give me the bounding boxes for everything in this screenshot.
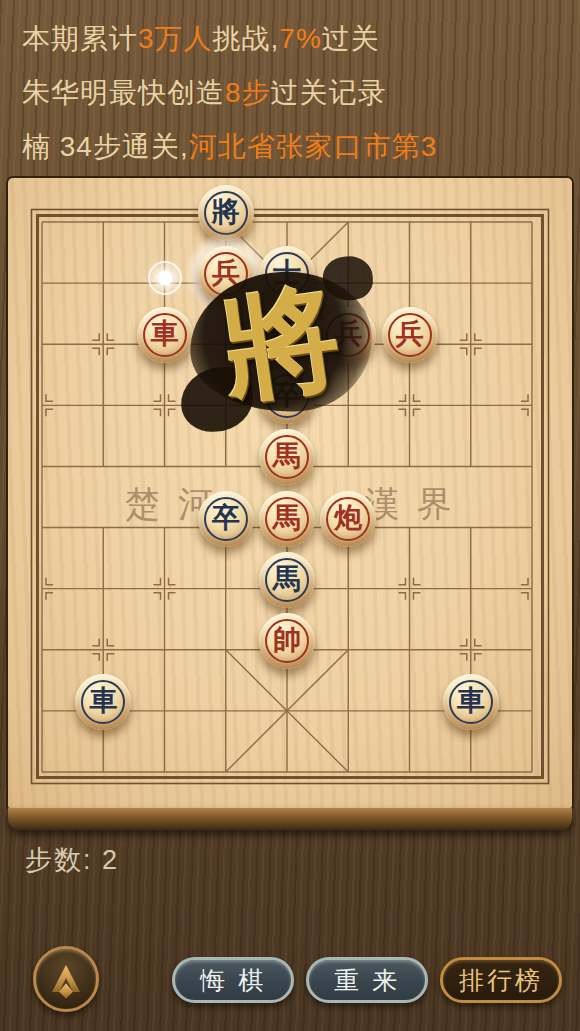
piece-character: 車 bbox=[151, 320, 179, 348]
piece-disc: 車 bbox=[137, 307, 193, 363]
check-stamp-character: 將 bbox=[181, 260, 381, 424]
piece-disc: 卒 bbox=[198, 491, 254, 547]
restart-button[interactable]: 重 来 bbox=[306, 957, 428, 1003]
piece-character: 車 bbox=[89, 687, 117, 715]
move-counter-value: 2 bbox=[102, 845, 119, 875]
move-counter-label: 步数: bbox=[25, 845, 93, 875]
piece-character: 將 bbox=[212, 198, 240, 226]
piece-帥-file4-rank7[interactable]: 帥 bbox=[259, 613, 315, 669]
move-counter: 步数: 2 bbox=[25, 842, 119, 878]
collapse-panel-button[interactable] bbox=[33, 946, 99, 1012]
piece-卒-file3-rank5[interactable]: 卒 bbox=[198, 491, 254, 547]
piece-車-file7-rank8[interactable]: 車 bbox=[443, 674, 499, 730]
piece-character: 馬 bbox=[273, 504, 301, 532]
stats-text: 楠 34步通关, bbox=[22, 131, 189, 162]
stats-text: 挑战, bbox=[213, 23, 280, 54]
piece-character: 兵 bbox=[396, 320, 424, 348]
undo-move-button[interactable]: 悔 棋 bbox=[172, 957, 294, 1003]
piece-character: 車 bbox=[457, 687, 485, 715]
piece-disc: 馬 bbox=[259, 552, 315, 608]
stats-line-1: 本期累计3万人挑战,7%过关 bbox=[22, 12, 562, 66]
piece-車-file1-rank8[interactable]: 車 bbox=[75, 674, 131, 730]
piece-馬-file4-rank6[interactable]: 馬 bbox=[259, 552, 315, 608]
challenge-stats-header: 本期累计3万人挑战,7%过关朱华明最快创造8步过关记录楠 34步通关,河北省张家… bbox=[22, 12, 562, 174]
piece-character: 卒 bbox=[212, 504, 240, 532]
stats-text: 过关记录 bbox=[271, 77, 387, 108]
stats-accent-text: 7% bbox=[279, 23, 321, 54]
stats-line-3: 楠 34步通关,河北省张家口市第3 bbox=[22, 120, 562, 174]
piece-disc: 車 bbox=[75, 674, 131, 730]
stats-accent-text: 3万人 bbox=[138, 23, 213, 54]
stats-text: 朱华明最快创造 bbox=[22, 77, 225, 108]
stats-text: 过关 bbox=[322, 23, 380, 54]
chevron-up-icon bbox=[46, 959, 86, 999]
piece-disc: 馬 bbox=[259, 491, 315, 547]
piece-character: 炮 bbox=[334, 504, 362, 532]
stats-accent-text: 河北省张家口市第3 bbox=[189, 131, 438, 162]
piece-character: 馬 bbox=[273, 565, 301, 593]
piece-兵-file6-rank2[interactable]: 兵 bbox=[382, 307, 438, 363]
piece-disc: 馬 bbox=[259, 429, 315, 485]
piece-炮-file5-rank5[interactable]: 炮 bbox=[320, 491, 376, 547]
piece-馬-file4-rank5[interactable]: 馬 bbox=[259, 491, 315, 547]
piece-車-file2-rank2[interactable]: 車 bbox=[137, 307, 193, 363]
check-stamp: 將 bbox=[186, 267, 375, 416]
piece-character: 馬 bbox=[273, 442, 301, 470]
piece-disc: 炮 bbox=[320, 491, 376, 547]
stats-accent-text: 8步 bbox=[225, 77, 271, 108]
stats-line-2: 朱华明最快创造8步过关记录 bbox=[22, 66, 562, 120]
piece-disc: 車 bbox=[443, 674, 499, 730]
stats-text: 本期累计 bbox=[22, 23, 138, 54]
piece-character: 帥 bbox=[273, 626, 301, 654]
piece-馬-file4-rank4[interactable]: 馬 bbox=[259, 429, 315, 485]
leaderboard-button[interactable]: 排行榜 bbox=[440, 957, 562, 1003]
piece-disc: 帥 bbox=[259, 613, 315, 669]
xiangqi-app: 本期累计3万人挑战,7%过关朱华明最快创造8步过关记录楠 34步通关,河北省张家… bbox=[0, 0, 580, 1031]
river-text-right: 漢界 bbox=[364, 481, 470, 528]
move-origin-marker bbox=[148, 261, 182, 295]
piece-disc: 兵 bbox=[382, 307, 438, 363]
